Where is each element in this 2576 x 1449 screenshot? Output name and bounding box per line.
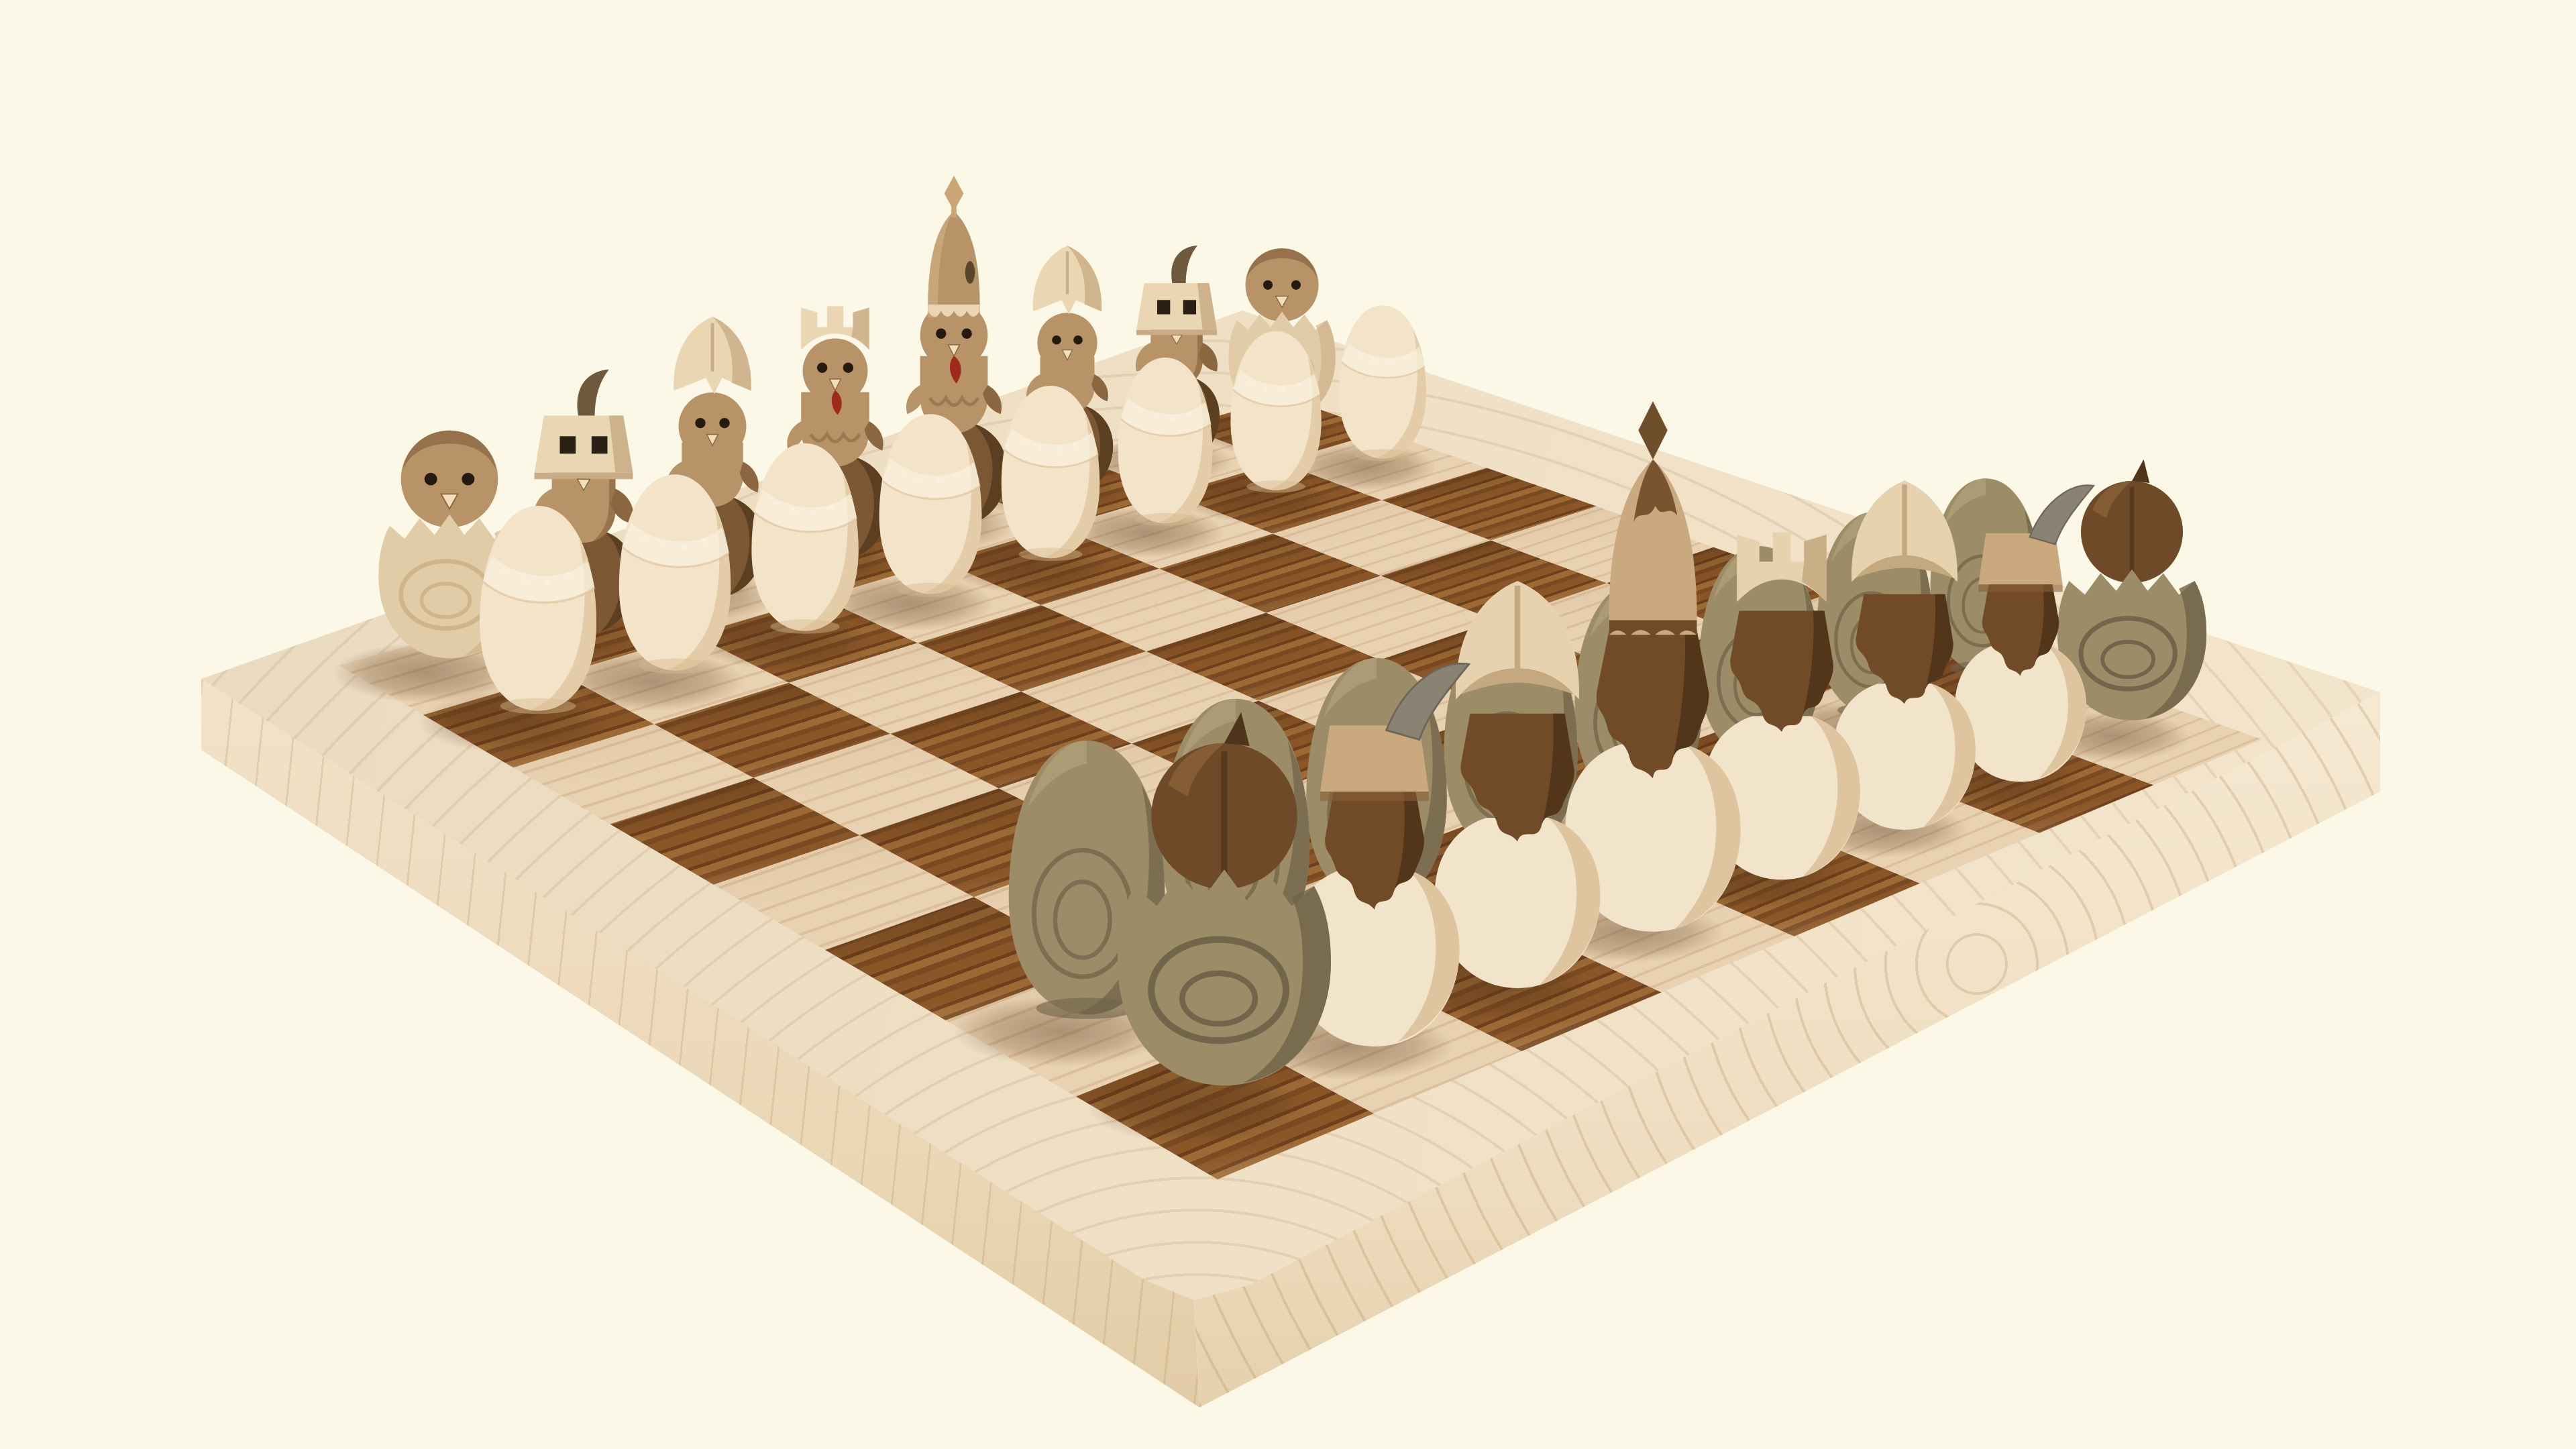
piece-white-pawn-e2[interactable] (984, 372, 1117, 572)
white-pawn-icon (599, 459, 750, 685)
piece-white-pawn-h2[interactable] (1324, 294, 1442, 470)
piece-white-pawn-f2[interactable] (1102, 345, 1229, 536)
chessboard (0, 0, 2576, 1449)
white-pawn-icon (1324, 294, 1442, 470)
piece-white-pawn-d2[interactable] (861, 400, 1000, 607)
black-rook-icon (1069, 659, 1378, 1114)
piece-white-pawn-c2[interactable] (733, 429, 877, 646)
piece-white-pawn-b2[interactable] (599, 459, 750, 685)
piece-black-rook-a8[interactable] (1069, 659, 1378, 1114)
piece-white-pawn-a2[interactable] (460, 490, 617, 727)
scene (0, 0, 2576, 1449)
white-pawn-icon (861, 400, 1000, 607)
white-pawn-icon (1102, 345, 1229, 536)
white-pawn-icon (984, 372, 1117, 572)
piece-white-pawn-g2[interactable] (1215, 319, 1338, 502)
white-pawn-icon (460, 490, 617, 727)
white-pawn-icon (733, 429, 877, 646)
white-pawn-icon (1215, 319, 1338, 502)
